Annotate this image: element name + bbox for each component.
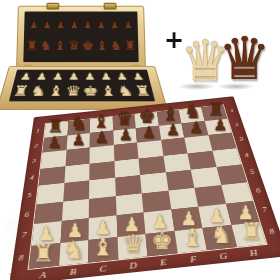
box-lid: ♟♟♟♟♟♟♟♟♜♞♝♛♚♝♞♜ [16,6,146,67]
square-b8: ♞ [58,240,88,266]
light-rook-icon: ♜ [236,220,266,245]
dark-pawn-icon: ♟ [30,21,38,30]
dark-pawn-icon: ♟ [84,21,92,30]
dark-knight-icon: ♞ [40,39,52,52]
board-grid: ♜♞♝♛♚♝♞♜♟♟♟♟♟♟♟♟♟♟♟♟♟♟♟♟♜♞♝♛♚♝♞♜ [29,105,266,269]
dark-bishop-icon: ♝ [54,39,66,52]
rank-label: 3 [26,153,41,170]
file-label: C [88,260,118,277]
dark-rook-icon: ♜ [26,39,38,52]
rank-label: 4 [24,169,40,188]
dark-pawn-icon: ♟ [208,117,232,133]
square-h3 [208,133,236,151]
brass-hinge-icon [104,3,117,10]
square-d4 [114,158,140,177]
rank-label: 8 [11,246,30,271]
square-a5 [36,183,64,204]
rank-label: 5 [242,163,262,182]
light-queen-icon: ♛ [118,232,148,257]
chess-board-area: ♜♞♝♛♚♝♞♜♟♟♟♟♟♟♟♟♟♟♟♟♟♟♟♟♜♞♝♛♚♝♞♜ ABCDEFG… [0,84,280,280]
dark-pawn-icon: ♟ [113,127,137,143]
dark-knight-icon: ♞ [110,39,122,52]
square-h4 [212,148,242,167]
dark-queen-icon: ♛ [68,39,80,52]
square-e5 [140,172,168,193]
light-king-icon: ♚ [147,229,177,254]
light-knight-icon: ♞ [58,239,88,264]
square-f8: ♝ [174,228,207,254]
chess-board: ♜♞♝♛♚♝♞♜♟♟♟♟♟♟♟♟♟♟♟♟♟♟♟♟♜♞♝♛♚♝♞♜ ABCDEFG… [9,96,280,280]
board-frame: ♜♞♝♛♚♝♞♜♟♟♟♟♟♟♟♟♟♟♟♟♟♟♟♟♜♞♝♛♚♝♞♜ ABCDEFG… [9,96,280,280]
rank-label: 2 [29,138,44,154]
stored-dark-row: ♜♞♝♛♚♝♞♜ [24,39,139,52]
product-photo-scene: ♟♟♟♟♟♟♟♟♜♞♝♛♚♝♞♜ ♟♟♟♟♟♟♟♟♜♞♝♛♚♝♞♜ + ♛ ♛ … [0,0,280,280]
dark-pawn-icon: ♟ [160,122,184,138]
square-a2: ♟ [42,135,67,152]
square-h8: ♜ [231,222,266,247]
square-d8: ♛ [117,234,148,260]
box-lid-felt: ♟♟♟♟♟♟♟♟♜♞♝♛♚♝♞♜ [23,12,138,63]
square-a4 [39,166,65,186]
brass-hinge-icon [46,3,59,10]
light-rook-icon: ♜ [29,242,59,267]
dark-pawn-icon: ♟ [66,132,90,148]
rank-label: 5 [21,186,38,206]
dark-pawn-icon: ♟ [184,120,208,136]
dark-pawn-icon: ♟ [124,21,132,30]
dark-pawn-icon: ♟ [70,21,78,30]
dark-king-icon: ♚ [82,39,94,52]
stored-dark-row: ♟♟♟♟♟♟♟♟ [24,21,138,30]
light-bishop-icon: ♝ [88,236,118,261]
square-g8: ♞ [202,225,236,251]
dark-pawn-icon: ♟ [97,21,105,30]
extra-dark-queen-icon: ♛ [218,31,271,87]
square-c8: ♝ [88,237,118,263]
dark-rook-icon: ♜ [124,39,136,52]
dark-pawn-icon: ♟ [137,125,161,141]
square-e4 [138,156,165,175]
square-h5 [216,164,247,184]
light-bishop-icon: ♝ [177,226,207,251]
square-b2: ♟ [66,133,90,150]
board-perspective-wrap: ♜♞♝♛♚♝♞♜♟♟♟♟♟♟♟♟♟♟♟♟♟♟♟♟♜♞♝♛♚♝♞♜ ABCDEFG… [4,80,276,280]
dark-pawn-icon: ♟ [42,135,66,151]
square-a8: ♜ [29,243,60,269]
light-knight-icon: ♞ [207,223,237,248]
dark-pawn-icon: ♟ [90,130,114,146]
square-e6 [142,190,171,212]
dark-bishop-icon: ♝ [96,39,108,52]
square-d6 [115,193,143,215]
dark-pawn-icon: ♟ [57,21,65,30]
extra-queens-group: + ♛ ♛ [162,0,274,92]
square-e8: ♚ [145,231,177,257]
rank-label: 6 [18,204,35,225]
square-c4 [89,161,114,181]
square-c5 [89,178,115,199]
dark-pawn-icon: ♟ [43,21,51,30]
dark-pawn-icon: ♟ [111,21,119,30]
